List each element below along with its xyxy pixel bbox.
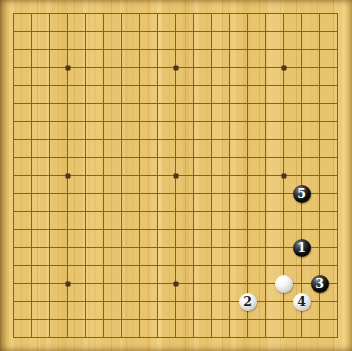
star-point (65, 281, 70, 286)
stone-black-3-S4: 3 (311, 275, 329, 293)
stone-number: 2 (243, 296, 252, 309)
stone-black-1-R6: 1 (293, 239, 311, 257)
stone-number: 3 (315, 278, 324, 291)
star-point (65, 173, 70, 178)
stone-number: 4 (297, 296, 306, 309)
stone-number: 5 (297, 188, 306, 201)
stone-black-5-R9: 5 (293, 185, 311, 203)
stone-white-4-R3: 4 (293, 293, 311, 311)
stone-white-plain-Q4 (275, 275, 293, 293)
star-point (65, 65, 70, 70)
star-point (173, 281, 178, 286)
stone-number: 1 (297, 242, 306, 255)
board-grid[interactable]: 12345 (13, 13, 338, 338)
stone-white-2-O3: 2 (239, 293, 257, 311)
star-point (281, 65, 286, 70)
star-point (173, 65, 178, 70)
star-point (173, 173, 178, 178)
star-point (281, 173, 286, 178)
go-board[interactable]: 12345 (0, 0, 352, 351)
